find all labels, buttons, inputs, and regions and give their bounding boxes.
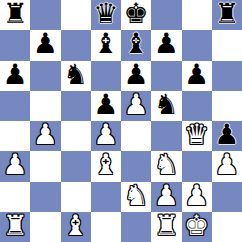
square-b5[interactable]: [30, 91, 60, 121]
square-e3[interactable]: [121, 151, 151, 181]
piece-white-knight[interactable]: ♞: [124, 182, 149, 210]
square-a2[interactable]: [0, 182, 30, 212]
square-c6[interactable]: ♞: [61, 61, 91, 91]
square-a3[interactable]: ♟: [0, 151, 30, 181]
square-g8[interactable]: [182, 0, 212, 30]
square-e4[interactable]: [121, 121, 151, 151]
square-d8[interactable]: ♛: [91, 0, 121, 30]
square-a1[interactable]: ♜: [0, 212, 30, 242]
square-h7[interactable]: [212, 30, 242, 60]
square-d6[interactable]: [91, 61, 121, 91]
square-g3[interactable]: [182, 151, 212, 181]
square-d1[interactable]: [91, 212, 121, 242]
square-a8[interactable]: ♜: [0, 0, 30, 30]
piece-black-knight[interactable]: ♞: [154, 91, 179, 119]
square-e5[interactable]: ♟: [121, 91, 151, 121]
square-h2[interactable]: [212, 182, 242, 212]
square-h3[interactable]: ♟: [212, 151, 242, 181]
square-e6[interactable]: ♟: [121, 61, 151, 91]
piece-white-bishop[interactable]: ♝: [93, 151, 118, 179]
square-h6[interactable]: [212, 61, 242, 91]
square-f1[interactable]: ♜: [151, 212, 181, 242]
square-b8[interactable]: [30, 0, 60, 30]
square-g2[interactable]: ♟: [182, 182, 212, 212]
square-e1[interactable]: [121, 212, 151, 242]
piece-black-bishop[interactable]: ♝: [124, 30, 149, 58]
square-g1[interactable]: ♚: [182, 212, 212, 242]
piece-white-pawn[interactable]: ♟: [184, 182, 209, 210]
square-d3[interactable]: ♝: [91, 151, 121, 181]
square-f5[interactable]: ♞: [151, 91, 181, 121]
square-d7[interactable]: ♝: [91, 30, 121, 60]
square-f8[interactable]: [151, 0, 181, 30]
square-g7[interactable]: [182, 30, 212, 60]
piece-white-queen[interactable]: ♛: [184, 121, 209, 149]
piece-white-bishop[interactable]: ♝: [63, 212, 88, 240]
piece-black-rook[interactable]: ♜: [214, 0, 239, 28]
square-a6[interactable]: ♟: [0, 61, 30, 91]
square-b7[interactable]: ♟: [30, 30, 60, 60]
piece-black-bishop[interactable]: ♝: [93, 30, 118, 58]
piece-white-king[interactable]: ♚: [184, 212, 209, 240]
piece-black-king[interactable]: ♚: [124, 0, 149, 28]
square-b2[interactable]: [30, 182, 60, 212]
square-g5[interactable]: [182, 91, 212, 121]
square-a5[interactable]: [0, 91, 30, 121]
square-e7[interactable]: ♝: [121, 30, 151, 60]
piece-black-queen[interactable]: ♛: [93, 0, 118, 28]
piece-white-pawn[interactable]: ♟: [214, 151, 239, 179]
square-f6[interactable]: [151, 61, 181, 91]
square-b1[interactable]: [30, 212, 60, 242]
square-c4[interactable]: [61, 121, 91, 151]
square-c1[interactable]: ♝: [61, 212, 91, 242]
square-h5[interactable]: [212, 91, 242, 121]
square-h4[interactable]: ♟: [212, 121, 242, 151]
piece-black-knight[interactable]: ♞: [63, 61, 88, 89]
square-a7[interactable]: [0, 30, 30, 60]
square-b3[interactable]: [30, 151, 60, 181]
piece-black-pawn[interactable]: ♟: [33, 30, 58, 58]
piece-black-pawn[interactable]: ♟: [184, 61, 209, 89]
square-d5[interactable]: ♟: [91, 91, 121, 121]
square-c7[interactable]: [61, 30, 91, 60]
piece-black-rook[interactable]: ♜: [3, 0, 28, 28]
piece-white-pawn[interactable]: ♟: [93, 121, 118, 149]
square-h1[interactable]: [212, 212, 242, 242]
square-d4[interactable]: ♟: [91, 121, 121, 151]
piece-white-pawn[interactable]: ♟: [124, 91, 149, 119]
square-c3[interactable]: [61, 151, 91, 181]
square-f4[interactable]: [151, 121, 181, 151]
square-h8[interactable]: ♜: [212, 0, 242, 30]
piece-black-pawn[interactable]: ♟: [3, 61, 28, 89]
square-e8[interactable]: ♚: [121, 0, 151, 30]
square-f3[interactable]: ♞: [151, 151, 181, 181]
piece-white-rook[interactable]: ♜: [154, 212, 179, 240]
square-b6[interactable]: [30, 61, 60, 91]
piece-white-rook[interactable]: ♜: [3, 212, 28, 240]
piece-white-pawn[interactable]: ♟: [3, 151, 28, 179]
square-c5[interactable]: [61, 91, 91, 121]
square-f7[interactable]: ♟: [151, 30, 181, 60]
square-a4[interactable]: [0, 121, 30, 151]
square-c8[interactable]: [61, 0, 91, 30]
square-g6[interactable]: ♟: [182, 61, 212, 91]
square-c2[interactable]: [61, 182, 91, 212]
piece-black-pawn[interactable]: ♟: [154, 30, 179, 58]
piece-white-knight[interactable]: ♞: [154, 151, 179, 179]
piece-white-pawn[interactable]: ♟: [154, 182, 179, 210]
piece-black-pawn[interactable]: ♟: [93, 91, 118, 119]
piece-black-pawn[interactable]: ♟: [124, 61, 149, 89]
piece-black-pawn[interactable]: ♟: [214, 121, 239, 149]
chess-board: ♜♛♚♜♟♝♝♟♟♞♟♟♟♟♞♟♟♛♟♟♝♞♟♞♟♟♜♝♜♚: [0, 0, 242, 242]
piece-white-pawn[interactable]: ♟: [33, 121, 58, 149]
square-f2[interactable]: ♟: [151, 182, 181, 212]
square-d2[interactable]: [91, 182, 121, 212]
square-b4[interactable]: ♟: [30, 121, 60, 151]
square-e2[interactable]: ♞: [121, 182, 151, 212]
square-g4[interactable]: ♛: [182, 121, 212, 151]
